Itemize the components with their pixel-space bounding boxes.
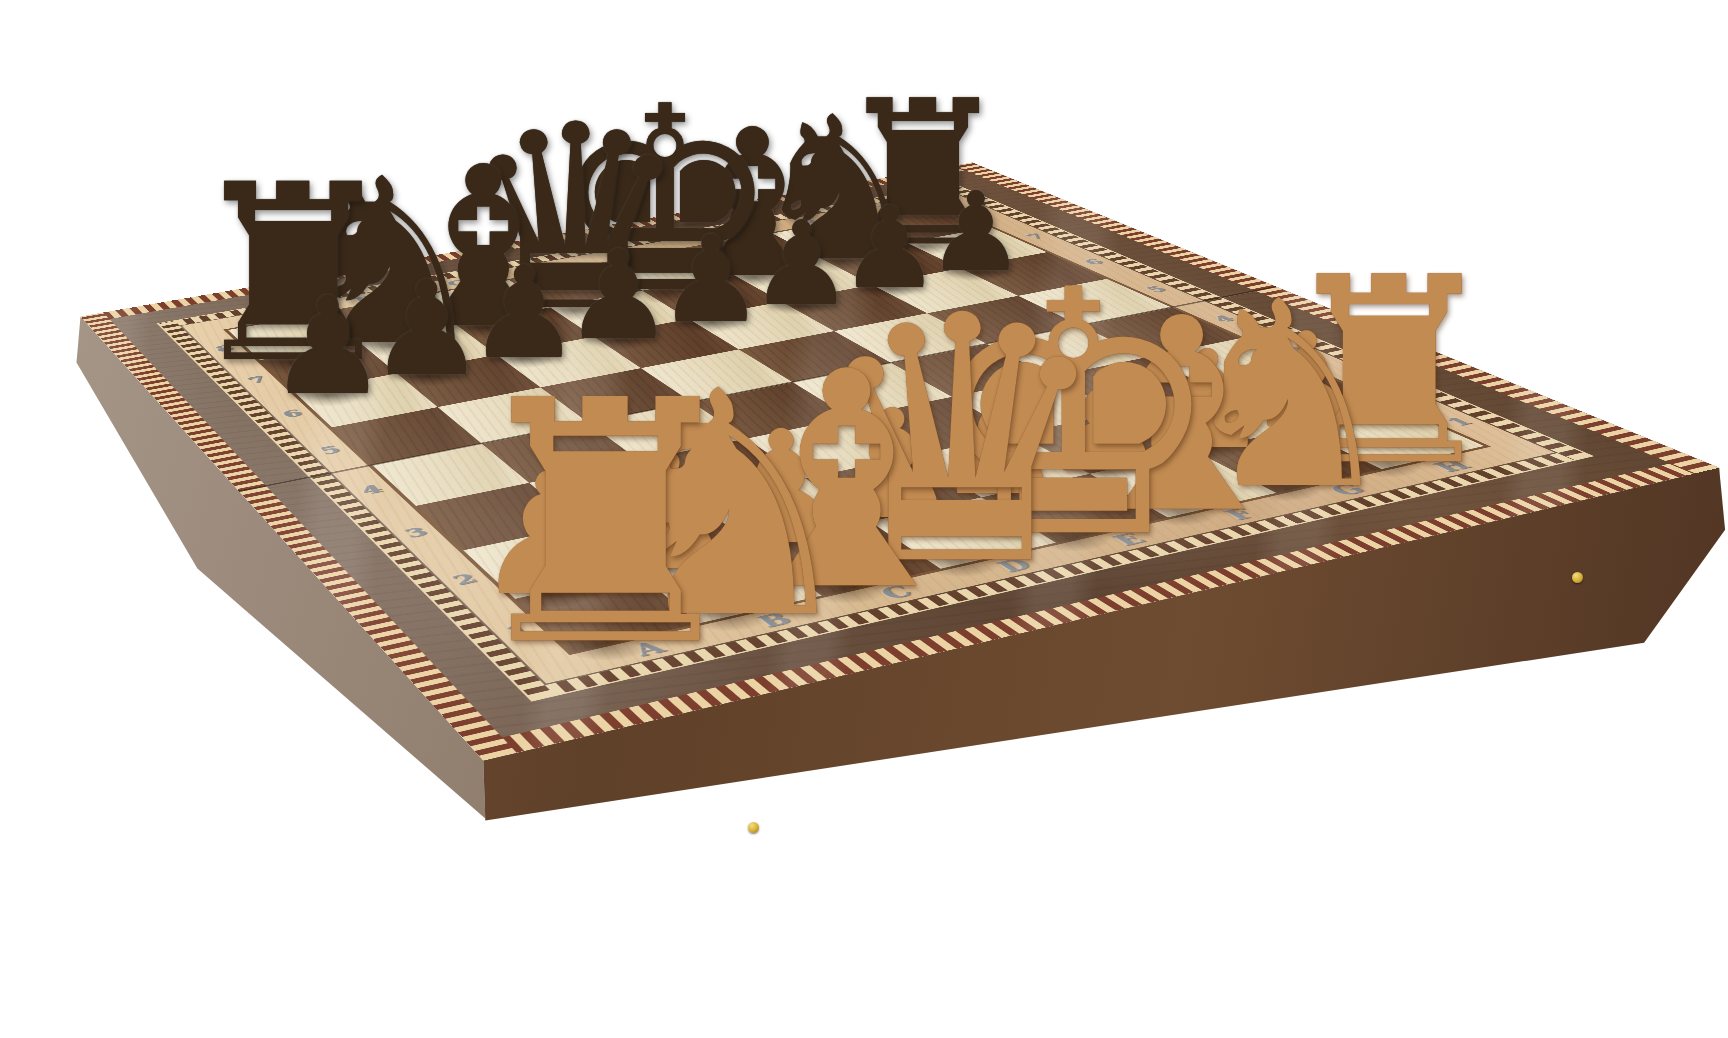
white-rook-a1[interactable]: ♜: [456, 358, 756, 692]
chess-set-photo: AABBCCDDEEFFGGHH8877665544332211 ♜♞♟♝♟♚♟…: [0, 0, 1728, 1038]
black-pawn-a7[interactable]: ♟: [267, 280, 388, 415]
pieces-layer: ♜♞♟♝♟♚♟♛♟♝♟♞♟♜♟♟♟♟♜♟♞♟♝♟♚♟♛♟♝♟♞♜: [0, 0, 1728, 1038]
